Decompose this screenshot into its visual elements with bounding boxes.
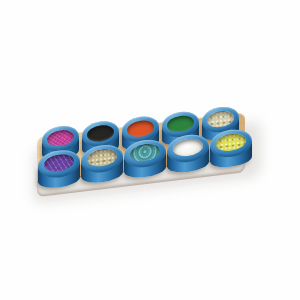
disc-face-yellow xyxy=(216,132,246,153)
disc-face-magenta xyxy=(47,129,74,148)
disc-face-white xyxy=(173,137,203,158)
disc-front-1-purple[interactable] xyxy=(38,148,80,190)
disc-face-beige xyxy=(207,110,234,129)
wooden-tray xyxy=(37,112,245,197)
disc-front-3-teal[interactable] xyxy=(124,138,166,180)
disc-face-green xyxy=(167,114,194,133)
disc-front-5-yellow[interactable] xyxy=(210,127,252,169)
disc-face-purple xyxy=(44,153,74,174)
disc-face-teal xyxy=(130,142,160,163)
disc-front-2-sand[interactable] xyxy=(81,143,123,185)
disc-face-black xyxy=(87,124,114,143)
disc-face-sand xyxy=(87,147,117,168)
disc-face-orange xyxy=(127,119,154,138)
disc-front-4-white[interactable] xyxy=(167,132,209,174)
scene xyxy=(0,0,300,300)
